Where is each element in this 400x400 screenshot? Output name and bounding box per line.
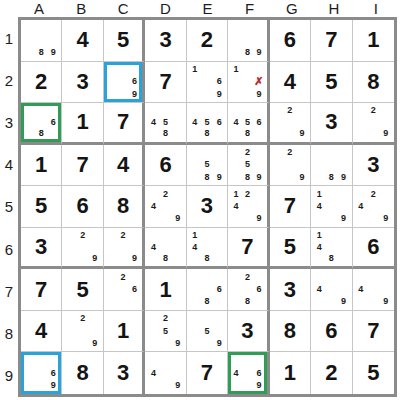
candidate-5: 5 (159, 325, 171, 337)
candidate-grid: 589 (189, 147, 225, 184)
cell-A9[interactable]: 69 (21, 352, 62, 394)
sudoku-board: 89453289671236971691✗9458681745845684568… (18, 17, 397, 397)
cell-I8[interactable]: 7 (353, 311, 394, 353)
solved-digit: 1 (21, 145, 61, 186)
solved-digit: 7 (311, 20, 351, 61)
cell-A1[interactable]: 89 (21, 20, 62, 62)
cell-D5[interactable]: 249 (145, 186, 186, 228)
column-header-E: E (186, 0, 228, 17)
cell-I3[interactable]: 29 (353, 103, 394, 145)
candidate-6: 6 (253, 117, 264, 129)
candidate-8: 8 (242, 171, 253, 183)
candidate-4: 4 (355, 200, 367, 212)
cell-F7[interactable]: 268 (228, 269, 269, 311)
cell-D2[interactable]: 7 (145, 62, 186, 104)
candidate-grid: 249 (147, 188, 183, 225)
solved-digit: 3 (145, 20, 185, 61)
cell-H3[interactable]: 3 (311, 103, 352, 145)
candidate-4: 4 (189, 117, 201, 129)
solved-digit: 5 (104, 20, 142, 61)
column-header-I: I (355, 0, 397, 17)
candidate-2: 2 (367, 105, 379, 117)
cell-C3[interactable]: 7 (104, 103, 145, 145)
candidate-grid: 59 (189, 313, 225, 350)
solved-digit: 4 (21, 311, 61, 352)
candidate-8: 8 (35, 46, 47, 58)
solved-digit: 2 (187, 20, 227, 61)
candidate-9: 9 (172, 213, 184, 225)
candidate-9: 9 (89, 337, 101, 349)
solved-digit: 4 (270, 62, 310, 103)
candidate-9: 9 (253, 213, 264, 225)
cell-B9[interactable]: 8 (62, 352, 103, 394)
cell-G3[interactable]: 29 (270, 103, 311, 145)
cell-F1[interactable]: 89 (228, 20, 269, 62)
candidate-5: 5 (201, 117, 213, 129)
candidate-2: 2 (284, 147, 296, 159)
solved-digit: 1 (62, 103, 102, 142)
candidate-4: 4 (147, 241, 159, 253)
cell-E6[interactable]: 148 (187, 228, 228, 270)
candidate-8: 8 (242, 46, 253, 58)
cell-B6[interactable]: 29 (62, 228, 103, 270)
candidate-2: 2 (242, 271, 253, 283)
candidate-9: 9 (253, 46, 264, 58)
cell-B2[interactable]: 3 (62, 62, 103, 104)
candidate-grid: 49 (147, 354, 183, 392)
candidate-9: 9 (172, 337, 184, 349)
column-header-G: G (271, 0, 313, 17)
cell-B7[interactable]: 5 (62, 269, 103, 311)
candidate-5: 5 (242, 159, 253, 171)
candidate-1: 1 (313, 188, 325, 200)
cell-C7[interactable]: 26 (104, 269, 145, 311)
cell-F9[interactable]: 469 (228, 352, 269, 394)
row-headers: 123456789 (0, 17, 18, 397)
cell-I5[interactable]: 249 (353, 186, 394, 228)
cell-A8[interactable]: 4 (21, 311, 62, 353)
candidate-grid: 68 (189, 271, 225, 308)
column-header-F: F (229, 0, 271, 17)
cell-E5[interactable]: 3 (187, 186, 228, 228)
candidate-9: 9 (253, 379, 264, 392)
candidate-2: 2 (159, 313, 171, 325)
candidate-6: 6 (47, 117, 59, 129)
solved-digit: 1 (353, 20, 394, 61)
solved-digit: 3 (62, 62, 102, 103)
cell-B1[interactable]: 4 (62, 20, 103, 62)
cell-D9[interactable]: 49 (145, 352, 186, 394)
cell-E2[interactable]: 169 (187, 62, 228, 104)
candidate-grid: 259 (147, 313, 183, 350)
cell-G1[interactable]: 6 (270, 20, 311, 62)
cell-D1[interactable]: 3 (145, 20, 186, 62)
candidate-2: 2 (242, 188, 253, 200)
candidate-4: 4 (147, 367, 159, 380)
cell-E4[interactable]: 589 (187, 145, 228, 187)
row-header-9: 9 (0, 355, 18, 397)
candidate-1: 1 (230, 64, 241, 76)
cell-A3[interactable]: 68 (21, 103, 62, 145)
cell-D6[interactable]: 48 (145, 228, 186, 270)
solved-digit: 7 (62, 145, 102, 186)
cell-I4[interactable]: 3 (353, 145, 394, 187)
solved-digit: 6 (62, 186, 102, 227)
cell-C1[interactable]: 5 (104, 20, 145, 62)
candidate-grid: 69 (23, 354, 59, 392)
cell-B3[interactable]: 1 (62, 103, 103, 145)
candidate-6: 6 (213, 76, 225, 88)
candidate-2: 2 (367, 188, 379, 200)
solved-digit: 7 (104, 103, 142, 142)
cell-G2[interactable]: 4 (270, 62, 311, 104)
candidate-8: 8 (201, 253, 213, 265)
candidate-4: 4 (355, 284, 367, 296)
solved-digit: 2 (21, 62, 61, 103)
solved-digit: 8 (104, 186, 142, 227)
candidate-1: 1 (230, 188, 241, 200)
solved-digit: 6 (311, 311, 351, 352)
candidate-grid: 29 (106, 230, 140, 265)
candidate-9: 9 (296, 171, 308, 183)
candidate-grid: 2589 (230, 147, 264, 184)
row-header-3: 3 (0, 101, 18, 143)
cell-G5[interactable]: 7 (270, 186, 311, 228)
candidate-9: 9 (129, 253, 140, 265)
cell-B4[interactable]: 7 (62, 145, 103, 187)
candidate-9: 9 (337, 296, 349, 308)
candidate-9: 9 (213, 88, 225, 100)
candidate-8: 8 (159, 128, 171, 140)
solved-digit: 5 (353, 352, 394, 394)
candidate-8: 8 (201, 128, 213, 140)
candidate-8: 8 (242, 296, 253, 308)
candidate-grid: 89 (23, 22, 59, 59)
solved-digit: 3 (311, 103, 351, 142)
candidate-2: 2 (77, 313, 89, 325)
candidate-4: 4 (313, 241, 325, 253)
cell-E9[interactable]: 7 (187, 352, 228, 394)
candidate-1: 1 (313, 230, 325, 242)
cell-H2[interactable]: 5 (311, 62, 352, 104)
row-header-7: 7 (0, 270, 18, 312)
cell-C2[interactable]: 69 (104, 62, 145, 104)
solved-digit: 7 (21, 269, 61, 310)
candidate-4: 4 (147, 117, 159, 129)
candidate-8: 8 (201, 171, 213, 183)
cell-A2[interactable]: 2 (21, 62, 62, 104)
column-headers: ABCDEFGHI (18, 0, 397, 17)
solved-digit: 6 (353, 228, 394, 267)
candidate-grid: 29 (272, 147, 308, 184)
cell-A6[interactable]: 3 (21, 228, 62, 270)
cell-G6[interactable]: 5 (270, 228, 311, 270)
solved-digit: 8 (62, 352, 102, 394)
column-header-B: B (60, 0, 102, 17)
column-header-C: C (102, 0, 144, 17)
row-header-2: 2 (0, 59, 18, 101)
candidate-6: 6 (129, 76, 140, 88)
eliminated-candidate-mark: ✗ (253, 76, 264, 88)
cell-G4[interactable]: 29 (270, 145, 311, 187)
cell-E7[interactable]: 68 (187, 269, 228, 311)
candidate-9: 9 (47, 46, 59, 58)
cell-D8[interactable]: 259 (145, 311, 186, 353)
cell-D3[interactable]: 458 (145, 103, 186, 145)
solved-digit: 5 (311, 62, 351, 103)
candidate-9: 9 (296, 128, 308, 140)
row-header-8: 8 (0, 313, 18, 355)
candidate-2: 2 (117, 271, 128, 283)
candidate-grid: 1✗9 (230, 64, 264, 101)
candidate-6: 6 (253, 367, 264, 380)
candidate-4: 4 (313, 200, 325, 212)
candidate-2: 2 (117, 230, 128, 242)
candidate-grid: 26 (106, 271, 140, 308)
cell-E3[interactable]: 4568 (187, 103, 228, 145)
candidate-grid: 148 (313, 230, 349, 265)
row-header-5: 5 (0, 186, 18, 228)
candidate-9: 9 (337, 213, 349, 225)
candidate-8: 8 (159, 253, 171, 265)
cell-I1[interactable]: 1 (353, 20, 394, 62)
solved-digit: 1 (145, 269, 185, 310)
candidate-8: 8 (325, 171, 337, 183)
candidate-6: 6 (213, 117, 225, 129)
candidate-grid: 29 (64, 313, 100, 350)
solved-digit: 7 (228, 228, 266, 267)
candidate-4: 4 (230, 200, 241, 212)
candidate-9: 9 (380, 296, 392, 308)
candidate-9: 9 (380, 213, 392, 225)
row-header-4: 4 (0, 144, 18, 186)
candidate-8: 8 (325, 253, 337, 265)
candidate-4: 4 (189, 241, 201, 253)
solved-digit: 3 (228, 311, 266, 352)
cell-F2[interactable]: 1✗9 (228, 62, 269, 104)
candidate-9: 9 (213, 337, 225, 349)
candidate-grid: 268 (230, 271, 264, 308)
solved-digit: 3 (353, 145, 394, 186)
solved-digit: 6 (270, 20, 310, 61)
candidate-4: 4 (147, 200, 159, 212)
column-header-D: D (144, 0, 186, 17)
solved-digit: 5 (270, 228, 310, 267)
solved-digit: 5 (62, 269, 102, 310)
candidate-9: 9 (47, 379, 59, 392)
candidate-4: 4 (230, 117, 241, 129)
candidate-grid: 148 (189, 230, 225, 265)
candidate-2: 2 (284, 105, 296, 117)
candidate-grid: 149 (313, 188, 349, 225)
solved-digit: 8 (353, 62, 394, 103)
candidate-2: 2 (159, 188, 171, 200)
candidate-8: 8 (201, 296, 213, 308)
solved-digit: 6 (145, 145, 185, 186)
solved-digit: 7 (145, 62, 185, 103)
candidate-grid: 49 (313, 271, 349, 308)
candidate-grid: 469 (230, 354, 264, 392)
candidate-grid: 29 (272, 105, 308, 140)
candidate-9: 9 (380, 128, 392, 140)
candidate-grid: 1249 (230, 188, 264, 225)
candidate-9: 9 (213, 171, 225, 183)
candidate-9: 9 (337, 171, 349, 183)
candidate-8: 8 (35, 128, 47, 140)
candidate-grid: 169 (189, 64, 225, 101)
solved-digit: 4 (62, 20, 102, 61)
solved-digit: 7 (270, 186, 310, 227)
candidate-6: 6 (129, 284, 140, 296)
candidate-grid: 249 (355, 188, 392, 225)
candidate-9: 9 (253, 88, 264, 100)
candidate-grid: 68 (23, 105, 59, 140)
candidate-grid: 89 (313, 147, 349, 184)
candidate-4: 4 (313, 284, 325, 296)
candidate-5: 5 (242, 117, 253, 129)
candidate-1: 1 (189, 64, 201, 76)
candidate-5: 5 (159, 117, 171, 129)
candidate-5: 5 (201, 159, 213, 171)
row-header-1: 1 (0, 17, 18, 59)
cell-A5[interactable]: 5 (21, 186, 62, 228)
candidate-9: 9 (172, 379, 184, 392)
solved-digit: 1 (270, 352, 310, 394)
cell-C8[interactable]: 1 (104, 311, 145, 353)
cell-H6[interactable]: 148 (311, 228, 352, 270)
solved-digit: 3 (104, 352, 142, 394)
cell-H4[interactable]: 89 (311, 145, 352, 187)
candidate-2: 2 (77, 230, 89, 242)
cell-G9[interactable]: 1 (270, 352, 311, 394)
cell-G8[interactable]: 8 (270, 311, 311, 353)
row-header-6: 6 (0, 228, 18, 270)
candidate-1: 1 (189, 230, 201, 242)
cell-H8[interactable]: 6 (311, 311, 352, 353)
candidate-6: 6 (213, 284, 225, 296)
column-header-A: A (18, 0, 60, 17)
candidate-6: 6 (253, 284, 264, 296)
cell-C9[interactable]: 3 (104, 352, 145, 394)
candidate-grid: 69 (106, 64, 140, 101)
solved-digit: 5 (21, 186, 61, 227)
cell-A4[interactable]: 1 (21, 145, 62, 187)
candidate-5: 5 (201, 325, 213, 337)
solved-digit: 3 (187, 186, 227, 227)
candidate-6: 6 (47, 367, 59, 380)
candidate-grid: 49 (355, 271, 392, 308)
candidate-9: 9 (89, 253, 101, 265)
cell-F8[interactable]: 3 (228, 311, 269, 353)
cell-H7[interactable]: 49 (311, 269, 352, 311)
candidate-grid: 29 (64, 230, 100, 265)
cell-I6[interactable]: 6 (353, 228, 394, 270)
cell-E1[interactable]: 2 (187, 20, 228, 62)
candidate-8: 8 (242, 128, 253, 140)
candidate-grid: 48 (147, 230, 183, 265)
column-header-H: H (313, 0, 355, 17)
cell-C5[interactable]: 8 (104, 186, 145, 228)
cell-B5[interactable]: 6 (62, 186, 103, 228)
candidate-grid: 89 (230, 22, 264, 59)
cell-I7[interactable]: 49 (353, 269, 394, 311)
candidate-2: 2 (242, 147, 253, 159)
cell-F5[interactable]: 1249 (228, 186, 269, 228)
cell-A7[interactable]: 7 (21, 269, 62, 311)
cell-C6[interactable]: 29 (104, 228, 145, 270)
candidate-9: 9 (129, 88, 140, 100)
cell-I2[interactable]: 8 (353, 62, 394, 104)
solved-digit: 8 (270, 311, 310, 352)
cell-H1[interactable]: 7 (311, 20, 352, 62)
candidate-grid: 4568 (230, 105, 264, 140)
solved-digit: 3 (21, 228, 61, 267)
cell-I9[interactable]: 5 (353, 352, 394, 394)
cell-D7[interactable]: 1 (145, 269, 186, 311)
solved-digit: 4 (104, 145, 142, 186)
cell-E8[interactable]: 59 (187, 311, 228, 353)
candidate-4: 4 (230, 367, 241, 380)
solved-digit: 3 (270, 269, 310, 310)
cell-H5[interactable]: 149 (311, 186, 352, 228)
cell-G7[interactable]: 3 (270, 269, 311, 311)
solved-digit: 2 (311, 352, 351, 394)
candidate-grid: 458 (147, 105, 183, 140)
cell-B8[interactable]: 29 (62, 311, 103, 353)
cell-F6[interactable]: 7 (228, 228, 269, 270)
cell-D4[interactable]: 6 (145, 145, 186, 187)
candidate-9: 9 (253, 171, 264, 183)
solved-digit: 7 (353, 311, 394, 352)
solved-digit: 7 (187, 352, 227, 394)
cell-F4[interactable]: 2589 (228, 145, 269, 187)
candidate-grid: 4568 (189, 105, 225, 140)
cell-H9[interactable]: 2 (311, 352, 352, 394)
cell-F3[interactable]: 4568 (228, 103, 269, 145)
solved-digit: 1 (104, 311, 142, 352)
candidate-grid: 29 (355, 105, 392, 140)
cell-C4[interactable]: 4 (104, 145, 145, 187)
